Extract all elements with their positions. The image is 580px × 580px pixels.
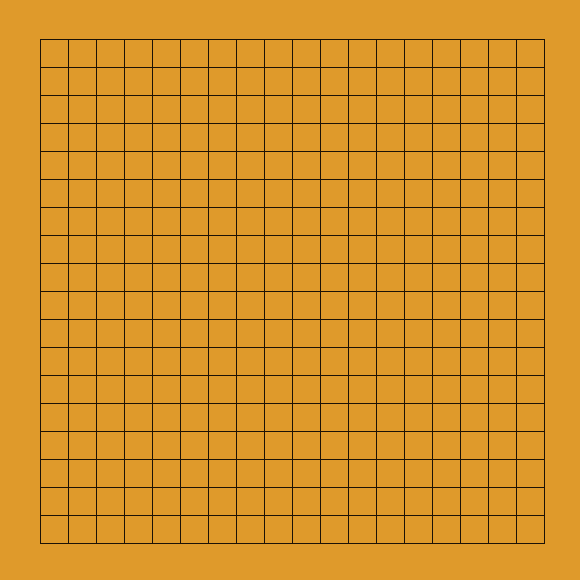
column-labels-top	[26, 0, 558, 25]
row-labels-left	[0, 25, 26, 557]
go-board	[0, 0, 580, 580]
board-intersections	[26, 25, 558, 557]
